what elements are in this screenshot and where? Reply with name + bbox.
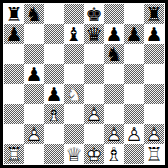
piece-outline-layer: ♙ [24, 124, 44, 144]
square-f3[interactable] [104, 104, 124, 124]
square-h7[interactable]: ♟ [144, 24, 164, 44]
piece-outline-layer: ♙ [84, 104, 104, 124]
black-rook-piece: ♜ [144, 4, 164, 24]
square-h5[interactable] [144, 64, 164, 84]
square-d3[interactable] [64, 104, 84, 124]
square-e8[interactable]: ♚ [84, 4, 104, 24]
square-g2[interactable]: ♟♙ [124, 124, 144, 144]
square-a3[interactable] [4, 104, 24, 124]
black-pawn-piece: ♟ [4, 24, 24, 44]
piece-outline-layer: ♙ [124, 124, 144, 144]
square-e5[interactable] [84, 64, 104, 84]
square-h8[interactable]: ♜ [144, 4, 164, 24]
black-king-piece: ♚ [84, 4, 104, 24]
square-h6[interactable] [144, 44, 164, 64]
black-knight-piece: ♞ [104, 44, 124, 64]
white-queen-piece: ♛♕ [64, 144, 84, 164]
piece-outline-layer: ♔ [84, 144, 104, 164]
white-pawn-piece: ♟♙ [104, 124, 124, 144]
black-pawn-piece: ♟ [144, 24, 164, 44]
square-c3[interactable]: ♝♗ [44, 104, 64, 124]
piece-outline-layer: ♙ [104, 124, 124, 144]
square-d1[interactable]: ♛♕ [64, 144, 84, 164]
white-king-piece: ♚♔ [84, 144, 104, 164]
white-pawn-piece: ♟♙ [84, 104, 104, 124]
square-d7[interactable]: ♝ [64, 24, 84, 44]
square-c8[interactable] [44, 4, 64, 24]
square-g1[interactable] [124, 144, 144, 164]
square-g4[interactable] [124, 84, 144, 104]
white-knight-piece: ♞♘ [64, 84, 84, 104]
black-pawn-piece: ♟ [44, 84, 64, 104]
square-b8[interactable]: ♞ [24, 4, 44, 24]
square-c1[interactable] [44, 144, 64, 164]
square-c4[interactable]: ♟ [44, 84, 64, 104]
square-f6[interactable]: ♞ [104, 44, 124, 64]
white-rook-piece: ♜♖ [144, 144, 164, 164]
square-a6[interactable] [4, 44, 24, 64]
square-g6[interactable] [124, 44, 144, 64]
square-a5[interactable] [4, 64, 24, 84]
square-f5[interactable] [104, 64, 124, 84]
square-d6[interactable] [64, 44, 84, 64]
black-bishop-piece: ♝ [64, 24, 84, 44]
square-f8[interactable] [104, 4, 124, 24]
square-c7[interactable] [44, 24, 64, 44]
piece-outline-layer: ♗ [104, 144, 124, 164]
square-e4[interactable] [84, 84, 104, 104]
square-e7[interactable]: ♛ [84, 24, 104, 44]
black-pawn-piece: ♟ [24, 64, 44, 84]
square-a2[interactable] [4, 124, 24, 144]
square-e6[interactable] [84, 44, 104, 64]
piece-outline-layer: ♖ [144, 144, 164, 164]
square-a1[interactable]: ♜♖ [4, 144, 24, 164]
piece-outline-layer: ♕ [64, 144, 84, 164]
square-d5[interactable] [64, 64, 84, 84]
square-h1[interactable]: ♜♖ [144, 144, 164, 164]
square-f2[interactable]: ♟♙ [104, 124, 124, 144]
black-queen-piece: ♛ [84, 24, 104, 44]
black-knight-piece: ♞ [24, 4, 44, 24]
square-h3[interactable] [144, 104, 164, 124]
square-f7[interactable]: ♟ [104, 24, 124, 44]
white-bishop-piece: ♝♗ [104, 144, 124, 164]
square-b1[interactable] [24, 144, 44, 164]
square-h4[interactable] [144, 84, 164, 104]
chess-board: ♜♞♚♜♟♝♛♟♟♟♞♟♟♞♘♝♗♟♙♟♙♟♙♟♙♟♙♜♖♛♕♚♔♝♗♜♖ [4, 4, 164, 164]
square-b7[interactable] [24, 24, 44, 44]
white-bishop-piece: ♝♗ [44, 104, 64, 124]
black-rook-piece: ♜ [4, 4, 24, 24]
square-g5[interactable] [124, 64, 144, 84]
piece-outline-layer: ♖ [4, 144, 24, 164]
square-c6[interactable] [44, 44, 64, 64]
square-b2[interactable]: ♟♙ [24, 124, 44, 144]
square-d2[interactable] [64, 124, 84, 144]
square-g3[interactable] [124, 104, 144, 124]
square-f4[interactable] [104, 84, 124, 104]
black-pawn-piece: ♟ [104, 24, 124, 44]
square-d8[interactable] [64, 4, 84, 24]
black-pawn-piece: ♟ [124, 24, 144, 44]
square-b6[interactable] [24, 44, 44, 64]
square-e1[interactable]: ♚♔ [84, 144, 104, 164]
square-a4[interactable] [4, 84, 24, 104]
square-e3[interactable]: ♟♙ [84, 104, 104, 124]
white-pawn-piece: ♟♙ [124, 124, 144, 144]
white-rook-piece: ♜♖ [4, 144, 24, 164]
square-h2[interactable]: ♟♙ [144, 124, 164, 144]
board-frame: ♜♞♚♜♟♝♛♟♟♟♞♟♟♞♘♝♗♟♙♟♙♟♙♟♙♟♙♜♖♛♕♚♔♝♗♜♖ [0, 0, 168, 168]
piece-outline-layer: ♙ [144, 124, 164, 144]
square-c5[interactable] [44, 64, 64, 84]
piece-outline-layer: ♘ [64, 84, 84, 104]
square-d4[interactable]: ♞♘ [64, 84, 84, 104]
square-c2[interactable] [44, 124, 64, 144]
square-g7[interactable]: ♟ [124, 24, 144, 44]
piece-outline-layer: ♗ [44, 104, 64, 124]
square-g8[interactable] [124, 4, 144, 24]
square-b5[interactable]: ♟ [24, 64, 44, 84]
square-e2[interactable] [84, 124, 104, 144]
square-b4[interactable] [24, 84, 44, 104]
square-a7[interactable]: ♟ [4, 24, 24, 44]
white-pawn-piece: ♟♙ [144, 124, 164, 144]
square-b3[interactable] [24, 104, 44, 124]
square-f1[interactable]: ♝♗ [104, 144, 124, 164]
square-a8[interactable]: ♜ [4, 4, 24, 24]
white-pawn-piece: ♟♙ [24, 124, 44, 144]
